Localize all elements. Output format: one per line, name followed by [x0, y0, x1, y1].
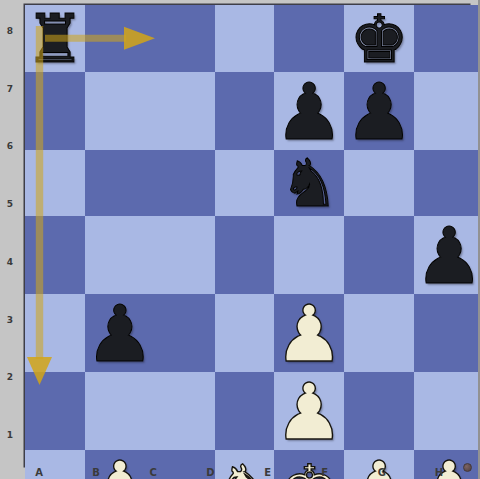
square-f3[interactable]: ♟: [274, 372, 344, 450]
file-label-f: F: [321, 467, 328, 478]
file-label-e: E: [264, 467, 271, 478]
square-d8[interactable]: [155, 5, 215, 72]
square-e5[interactable]: [215, 216, 274, 294]
white-king[interactable]: ♚: [280, 457, 339, 479]
square-a4[interactable]: [25, 294, 85, 372]
black-pawn[interactable]: ♟: [85, 295, 155, 373]
file-label-a: A: [35, 467, 43, 478]
square-e4[interactable]: [215, 294, 274, 372]
square-h7[interactable]: [414, 72, 480, 150]
square-g7[interactable]: ♟: [344, 72, 414, 150]
square-a5[interactable]: [25, 216, 85, 294]
square-g3[interactable]: [344, 372, 414, 450]
black-pawn[interactable]: ♟: [414, 217, 480, 295]
square-f6[interactable]: ♞: [274, 150, 344, 216]
rank-label-1: 1: [1, 430, 19, 440]
black-king[interactable]: ♚: [350, 7, 409, 73]
square-b8[interactable]: [85, 5, 155, 72]
file-label-h: H: [435, 467, 443, 478]
square-d6[interactable]: [155, 150, 215, 216]
square-a3[interactable]: [25, 372, 85, 450]
square-b3[interactable]: [85, 372, 155, 450]
square-f5[interactable]: [274, 216, 344, 294]
square-g5[interactable]: [344, 216, 414, 294]
square-e7[interactable]: [215, 72, 274, 150]
file-label-g: G: [378, 467, 386, 478]
square-d5[interactable]: [155, 216, 215, 294]
white-pawn[interactable]: ♟: [274, 295, 344, 373]
rank-label-4: 4: [1, 257, 19, 267]
rank-label-5: 5: [1, 199, 19, 209]
square-a8[interactable]: ♜: [25, 5, 85, 72]
square-b6[interactable]: [85, 150, 155, 216]
square-e3[interactable]: [215, 372, 274, 450]
black-pawn[interactable]: ♟: [344, 73, 414, 151]
file-label-c: C: [150, 467, 157, 478]
file-label-b: B: [92, 467, 100, 478]
square-f4[interactable]: ♟: [274, 294, 344, 372]
black-pawn[interactable]: ♟: [274, 73, 344, 151]
square-h4[interactable]: [414, 294, 480, 372]
square-h8[interactable]: [414, 5, 480, 72]
black-rook[interactable]: ♜: [25, 6, 85, 73]
black-knight[interactable]: ♞: [280, 151, 339, 217]
square-f2[interactable]: ♚: [274, 450, 344, 479]
square-h5[interactable]: ♟: [414, 216, 480, 294]
square-a2[interactable]: [25, 450, 85, 479]
square-e8[interactable]: [215, 5, 274, 72]
square-b4[interactable]: ♟: [85, 294, 155, 372]
square-h3[interactable]: [414, 372, 480, 450]
square-f8[interactable]: [274, 5, 344, 72]
rank-label-8: 8: [1, 26, 19, 36]
square-f7[interactable]: ♟: [274, 72, 344, 150]
board-frame: ♜♚♟♟♞♟♟♟♟♟♞♚♟♟♜ 87654321 ABCDEFGH: [0, 0, 480, 479]
square-g4[interactable]: [344, 294, 414, 372]
square-g6[interactable]: [344, 150, 414, 216]
file-label-d: D: [206, 467, 214, 478]
square-b5[interactable]: [85, 216, 155, 294]
rank-label-2: 2: [1, 372, 19, 382]
square-e6[interactable]: [215, 150, 274, 216]
square-h6[interactable]: [414, 150, 480, 216]
square-d3[interactable]: [155, 372, 215, 450]
square-g8[interactable]: ♚: [344, 5, 414, 72]
rank-label-7: 7: [1, 84, 19, 94]
square-b7[interactable]: [85, 72, 155, 150]
board: ♜♚♟♟♞♟♟♟♟♟♞♚♟♟♜: [25, 5, 469, 466]
square-d4[interactable]: [155, 294, 215, 372]
corner-dot: [463, 463, 472, 472]
square-a6[interactable]: [25, 150, 85, 216]
rank-label-3: 3: [1, 315, 19, 325]
square-d7[interactable]: [155, 72, 215, 150]
white-pawn[interactable]: ♟: [274, 373, 344, 451]
square-a7[interactable]: [25, 72, 85, 150]
rank-label-6: 6: [1, 141, 19, 151]
